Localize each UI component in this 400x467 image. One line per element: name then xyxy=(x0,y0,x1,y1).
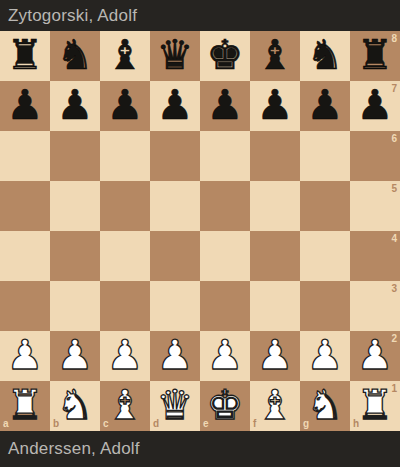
square-f2[interactable]: ♟ xyxy=(250,331,300,381)
square-g5[interactable] xyxy=(300,181,350,231)
square-d8[interactable]: ♛ xyxy=(150,31,200,81)
square-c5[interactable] xyxy=(100,181,150,231)
square-e2[interactable]: ♟ xyxy=(200,331,250,381)
square-h6[interactable]: 6 xyxy=(350,131,400,181)
square-g7[interactable]: ♟ xyxy=(300,81,350,131)
piece-black-queen[interactable]: ♛ xyxy=(157,30,194,80)
piece-black-knight[interactable]: ♞ xyxy=(57,30,94,80)
coord-file-d: d xyxy=(153,419,159,429)
square-c6[interactable] xyxy=(100,131,150,181)
square-b6[interactable] xyxy=(50,131,100,181)
square-h7[interactable]: ♟7 xyxy=(350,81,400,131)
square-c2[interactable]: ♟ xyxy=(100,331,150,381)
player-bar-bottom: Anderssen, Adolf xyxy=(0,431,400,467)
piece-black-pawn[interactable]: ♟ xyxy=(257,80,294,130)
square-e7[interactable]: ♟ xyxy=(200,81,250,131)
coord-rank-6: 6 xyxy=(391,134,397,144)
square-f1[interactable]: ♝f xyxy=(250,381,300,431)
square-e8[interactable]: ♚ xyxy=(200,31,250,81)
piece-black-knight[interactable]: ♞ xyxy=(307,30,344,80)
square-a3[interactable] xyxy=(0,281,50,331)
coord-file-b: b xyxy=(53,419,59,429)
piece-black-pawn[interactable]: ♟ xyxy=(157,80,194,130)
piece-black-pawn[interactable]: ♟ xyxy=(7,80,44,130)
coord-file-e: e xyxy=(203,419,209,429)
square-d6[interactable] xyxy=(150,131,200,181)
chess-app: Zytogorski, Adolf ♜♞♝♛♚♝♞♜8♟♟♟♟♟♟♟♟76543… xyxy=(0,0,400,467)
piece-white-knight[interactable]: ♞ xyxy=(57,380,94,430)
square-b2[interactable]: ♟ xyxy=(50,331,100,381)
square-b5[interactable] xyxy=(50,181,100,231)
player-bar-top: Zytogorski, Adolf xyxy=(0,0,400,31)
chess-board[interactable]: ♜♞♝♛♚♝♞♜8♟♟♟♟♟♟♟♟76543♟♟♟♟♟♟♟♟2♜a♞b♝c♛d♚… xyxy=(0,31,400,431)
square-e4[interactable] xyxy=(200,231,250,281)
piece-white-pawn[interactable]: ♟ xyxy=(257,330,294,380)
square-f7[interactable]: ♟ xyxy=(250,81,300,131)
square-g8[interactable]: ♞ xyxy=(300,31,350,81)
square-a8[interactable]: ♜ xyxy=(0,31,50,81)
coord-file-c: c xyxy=(103,419,109,429)
player-name-white: Anderssen, Adolf xyxy=(8,439,140,459)
square-g2[interactable]: ♟ xyxy=(300,331,350,381)
player-name-black: Zytogorski, Adolf xyxy=(8,6,137,26)
piece-black-pawn[interactable]: ♟ xyxy=(357,80,394,130)
square-b3[interactable] xyxy=(50,281,100,331)
square-d4[interactable] xyxy=(150,231,200,281)
square-a1[interactable]: ♜a xyxy=(0,381,50,431)
square-c7[interactable]: ♟ xyxy=(100,81,150,131)
square-c1[interactable]: ♝c xyxy=(100,381,150,431)
square-h8[interactable]: ♜8 xyxy=(350,31,400,81)
piece-black-pawn[interactable]: ♟ xyxy=(307,80,344,130)
piece-white-bishop[interactable]: ♝ xyxy=(257,380,294,430)
square-a2[interactable]: ♟ xyxy=(0,331,50,381)
square-a7[interactable]: ♟ xyxy=(0,81,50,131)
piece-white-rook[interactable]: ♜ xyxy=(357,380,394,430)
coord-rank-7: 7 xyxy=(391,84,397,94)
square-b4[interactable] xyxy=(50,231,100,281)
piece-white-pawn[interactable]: ♟ xyxy=(7,330,44,380)
coord-rank-2: 2 xyxy=(391,334,397,344)
piece-black-pawn[interactable]: ♟ xyxy=(57,80,94,130)
coord-rank-8: 8 xyxy=(391,34,397,44)
square-a5[interactable] xyxy=(0,181,50,231)
piece-white-rook[interactable]: ♜ xyxy=(7,380,44,430)
square-f4[interactable] xyxy=(250,231,300,281)
square-h3[interactable]: 3 xyxy=(350,281,400,331)
square-c3[interactable] xyxy=(100,281,150,331)
square-h5[interactable]: 5 xyxy=(350,181,400,231)
piece-black-rook[interactable]: ♜ xyxy=(7,30,44,80)
square-e5[interactable] xyxy=(200,181,250,231)
coord-rank-5: 5 xyxy=(391,184,397,194)
square-d7[interactable]: ♟ xyxy=(150,81,200,131)
piece-white-pawn[interactable]: ♟ xyxy=(207,330,244,380)
coord-file-a: a xyxy=(3,419,9,429)
square-d3[interactable] xyxy=(150,281,200,331)
piece-white-knight[interactable]: ♞ xyxy=(307,380,344,430)
square-f3[interactable] xyxy=(250,281,300,331)
square-e1[interactable]: ♚e xyxy=(200,381,250,431)
square-a6[interactable] xyxy=(0,131,50,181)
square-g3[interactable] xyxy=(300,281,350,331)
piece-white-queen[interactable]: ♛ xyxy=(157,380,194,430)
square-g6[interactable] xyxy=(300,131,350,181)
coord-rank-3: 3 xyxy=(391,284,397,294)
coord-file-f: f xyxy=(253,419,256,429)
square-h1[interactable]: ♜1h xyxy=(350,381,400,431)
coord-rank-1: 1 xyxy=(391,384,397,394)
square-e3[interactable] xyxy=(200,281,250,331)
piece-black-bishop[interactable]: ♝ xyxy=(257,30,294,80)
piece-white-pawn[interactable]: ♟ xyxy=(107,330,144,380)
square-c4[interactable] xyxy=(100,231,150,281)
piece-black-bishop[interactable]: ♝ xyxy=(107,30,144,80)
square-b1[interactable]: ♞b xyxy=(50,381,100,431)
piece-white-king[interactable]: ♚ xyxy=(207,380,244,430)
piece-white-pawn[interactable]: ♟ xyxy=(57,330,94,380)
square-h2[interactable]: ♟2 xyxy=(350,331,400,381)
coord-file-g: g xyxy=(303,419,309,429)
square-b7[interactable]: ♟ xyxy=(50,81,100,131)
coord-rank-4: 4 xyxy=(391,234,397,244)
square-f6[interactable] xyxy=(250,131,300,181)
square-d1[interactable]: ♛d xyxy=(150,381,200,431)
square-c8[interactable]: ♝ xyxy=(100,31,150,81)
square-d5[interactable] xyxy=(150,181,200,231)
square-a4[interactable] xyxy=(0,231,50,281)
piece-black-king[interactable]: ♚ xyxy=(207,30,244,80)
square-g1[interactable]: ♞g xyxy=(300,381,350,431)
square-b8[interactable]: ♞ xyxy=(50,31,100,81)
coord-file-h: h xyxy=(353,419,359,429)
piece-white-pawn[interactable]: ♟ xyxy=(357,330,394,380)
square-f8[interactable]: ♝ xyxy=(250,31,300,81)
square-h4[interactable]: 4 xyxy=(350,231,400,281)
piece-black-rook[interactable]: ♜ xyxy=(357,30,394,80)
piece-white-pawn[interactable]: ♟ xyxy=(157,330,194,380)
piece-black-pawn[interactable]: ♟ xyxy=(207,80,244,130)
square-f5[interactable] xyxy=(250,181,300,231)
square-e6[interactable] xyxy=(200,131,250,181)
piece-black-pawn[interactable]: ♟ xyxy=(107,80,144,130)
square-d2[interactable]: ♟ xyxy=(150,331,200,381)
piece-white-pawn[interactable]: ♟ xyxy=(307,330,344,380)
square-g4[interactable] xyxy=(300,231,350,281)
piece-white-bishop[interactable]: ♝ xyxy=(107,380,144,430)
